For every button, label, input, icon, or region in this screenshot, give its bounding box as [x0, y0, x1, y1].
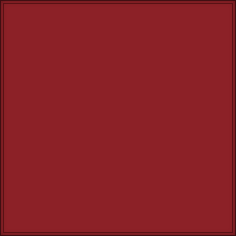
- chess-diagram: [0, 0, 236, 236]
- chess-board: [4, 4, 232, 232]
- board-frame: [0, 0, 236, 236]
